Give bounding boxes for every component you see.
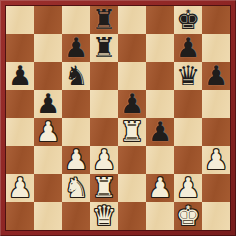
- square-a2[interactable]: ♟: [6, 174, 34, 202]
- square-e2[interactable]: [118, 174, 146, 202]
- square-b2[interactable]: [34, 174, 62, 202]
- white-rook-e4[interactable]: ♜: [120, 118, 144, 146]
- square-d4[interactable]: [90, 118, 118, 146]
- square-f7[interactable]: [146, 34, 174, 62]
- square-e7[interactable]: [118, 34, 146, 62]
- black-pawn-c7[interactable]: ♟: [64, 34, 88, 62]
- square-h2[interactable]: [202, 174, 230, 202]
- black-rook-d8[interactable]: ♜: [92, 6, 116, 34]
- chess-board: ♜♚♟♜♟♟♞♛♟♟♟♟♜♟♟♟♟♟♞♜♟♟♛♚: [6, 6, 230, 230]
- square-c4[interactable]: [62, 118, 90, 146]
- square-g8[interactable]: ♚: [174, 6, 202, 34]
- black-knight-c6[interactable]: ♞: [64, 62, 88, 90]
- square-h4[interactable]: [202, 118, 230, 146]
- square-g3[interactable]: [174, 146, 202, 174]
- square-g1[interactable]: ♚: [174, 202, 202, 230]
- square-b5[interactable]: ♟: [34, 90, 62, 118]
- square-c7[interactable]: ♟: [62, 34, 90, 62]
- square-h7[interactable]: [202, 34, 230, 62]
- square-b8[interactable]: [34, 6, 62, 34]
- square-d8[interactable]: ♜: [90, 6, 118, 34]
- square-h1[interactable]: [202, 202, 230, 230]
- square-a7[interactable]: [6, 34, 34, 62]
- square-g4[interactable]: [174, 118, 202, 146]
- square-d7[interactable]: ♜: [90, 34, 118, 62]
- black-pawn-e5[interactable]: ♟: [120, 90, 144, 118]
- square-f2[interactable]: ♟: [146, 174, 174, 202]
- white-pawn-a2[interactable]: ♟: [8, 174, 32, 202]
- square-e6[interactable]: [118, 62, 146, 90]
- black-king-g8[interactable]: ♚: [176, 6, 200, 34]
- square-b7[interactable]: [34, 34, 62, 62]
- white-pawn-h3[interactable]: ♟: [204, 146, 228, 174]
- square-e8[interactable]: [118, 6, 146, 34]
- square-d5[interactable]: [90, 90, 118, 118]
- square-b6[interactable]: [34, 62, 62, 90]
- square-c6[interactable]: ♞: [62, 62, 90, 90]
- square-d6[interactable]: [90, 62, 118, 90]
- square-h6[interactable]: ♟: [202, 62, 230, 90]
- black-pawn-f4[interactable]: ♟: [148, 118, 172, 146]
- square-f3[interactable]: [146, 146, 174, 174]
- white-pawn-b4[interactable]: ♟: [36, 118, 60, 146]
- square-g2[interactable]: ♟: [174, 174, 202, 202]
- board-frame: ♜♚♟♜♟♟♞♛♟♟♟♟♜♟♟♟♟♟♞♜♟♟♛♚: [0, 0, 236, 236]
- white-rook-d2[interactable]: ♜: [92, 174, 116, 202]
- square-b3[interactable]: [34, 146, 62, 174]
- black-pawn-h6[interactable]: ♟: [204, 62, 228, 90]
- square-e3[interactable]: [118, 146, 146, 174]
- white-pawn-g2[interactable]: ♟: [176, 174, 200, 202]
- square-d1[interactable]: ♛: [90, 202, 118, 230]
- square-c5[interactable]: [62, 90, 90, 118]
- square-f1[interactable]: [146, 202, 174, 230]
- black-pawn-b5[interactable]: ♟: [36, 90, 60, 118]
- square-c2[interactable]: ♞: [62, 174, 90, 202]
- white-king-g1[interactable]: ♚: [176, 202, 200, 230]
- white-pawn-d3[interactable]: ♟: [92, 146, 116, 174]
- white-knight-c2[interactable]: ♞: [64, 174, 88, 202]
- square-f5[interactable]: [146, 90, 174, 118]
- white-pawn-f2[interactable]: ♟: [148, 174, 172, 202]
- black-pawn-a6[interactable]: ♟: [8, 62, 32, 90]
- square-h5[interactable]: [202, 90, 230, 118]
- black-rook-d7[interactable]: ♜: [92, 34, 116, 62]
- square-a5[interactable]: [6, 90, 34, 118]
- square-a1[interactable]: [6, 202, 34, 230]
- square-d2[interactable]: ♜: [90, 174, 118, 202]
- square-e1[interactable]: [118, 202, 146, 230]
- square-d3[interactable]: ♟: [90, 146, 118, 174]
- square-c3[interactable]: ♟: [62, 146, 90, 174]
- square-f8[interactable]: [146, 6, 174, 34]
- square-c8[interactable]: [62, 6, 90, 34]
- square-e5[interactable]: ♟: [118, 90, 146, 118]
- square-f4[interactable]: ♟: [146, 118, 174, 146]
- square-a8[interactable]: [6, 6, 34, 34]
- white-pawn-c3[interactable]: ♟: [64, 146, 88, 174]
- square-g6[interactable]: ♛: [174, 62, 202, 90]
- square-h3[interactable]: ♟: [202, 146, 230, 174]
- black-pawn-g7[interactable]: ♟: [176, 34, 200, 62]
- black-queen-g6[interactable]: ♛: [176, 62, 200, 90]
- square-a4[interactable]: [6, 118, 34, 146]
- square-e4[interactable]: ♜: [118, 118, 146, 146]
- square-h8[interactable]: [202, 6, 230, 34]
- square-b1[interactable]: [34, 202, 62, 230]
- square-a3[interactable]: [6, 146, 34, 174]
- white-queen-d1[interactable]: ♛: [92, 202, 116, 230]
- square-a6[interactable]: ♟: [6, 62, 34, 90]
- square-c1[interactable]: [62, 202, 90, 230]
- square-f6[interactable]: [146, 62, 174, 90]
- square-b4[interactable]: ♟: [34, 118, 62, 146]
- square-g7[interactable]: ♟: [174, 34, 202, 62]
- square-g5[interactable]: [174, 90, 202, 118]
